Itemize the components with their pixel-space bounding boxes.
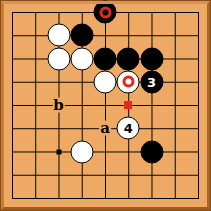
move-number-label: 3 <box>147 75 156 88</box>
black-stone <box>117 47 140 70</box>
white-stone <box>117 70 140 93</box>
square-mark-icon <box>124 101 132 109</box>
point-label-a: a <box>99 121 111 136</box>
go-board: 34ba <box>0 0 211 211</box>
grid-lines <box>12 12 199 199</box>
black-stone <box>94 1 117 24</box>
white-stone <box>47 47 70 70</box>
white-stone <box>47 24 70 47</box>
black-stone <box>94 47 117 70</box>
circle-mark-icon <box>99 6 111 18</box>
circle-mark-icon <box>122 76 134 88</box>
black-stone <box>140 47 163 70</box>
black-stone <box>140 140 163 163</box>
white-stone <box>70 140 93 163</box>
black-stone <box>70 24 93 47</box>
white-stone <box>94 70 117 93</box>
point-label-b: b <box>52 98 65 113</box>
move-number-label: 4 <box>124 122 133 135</box>
white-stone <box>70 47 93 70</box>
black-stone: 3 <box>140 70 163 93</box>
white-stone: 4 <box>117 117 140 140</box>
star-point <box>56 149 61 154</box>
